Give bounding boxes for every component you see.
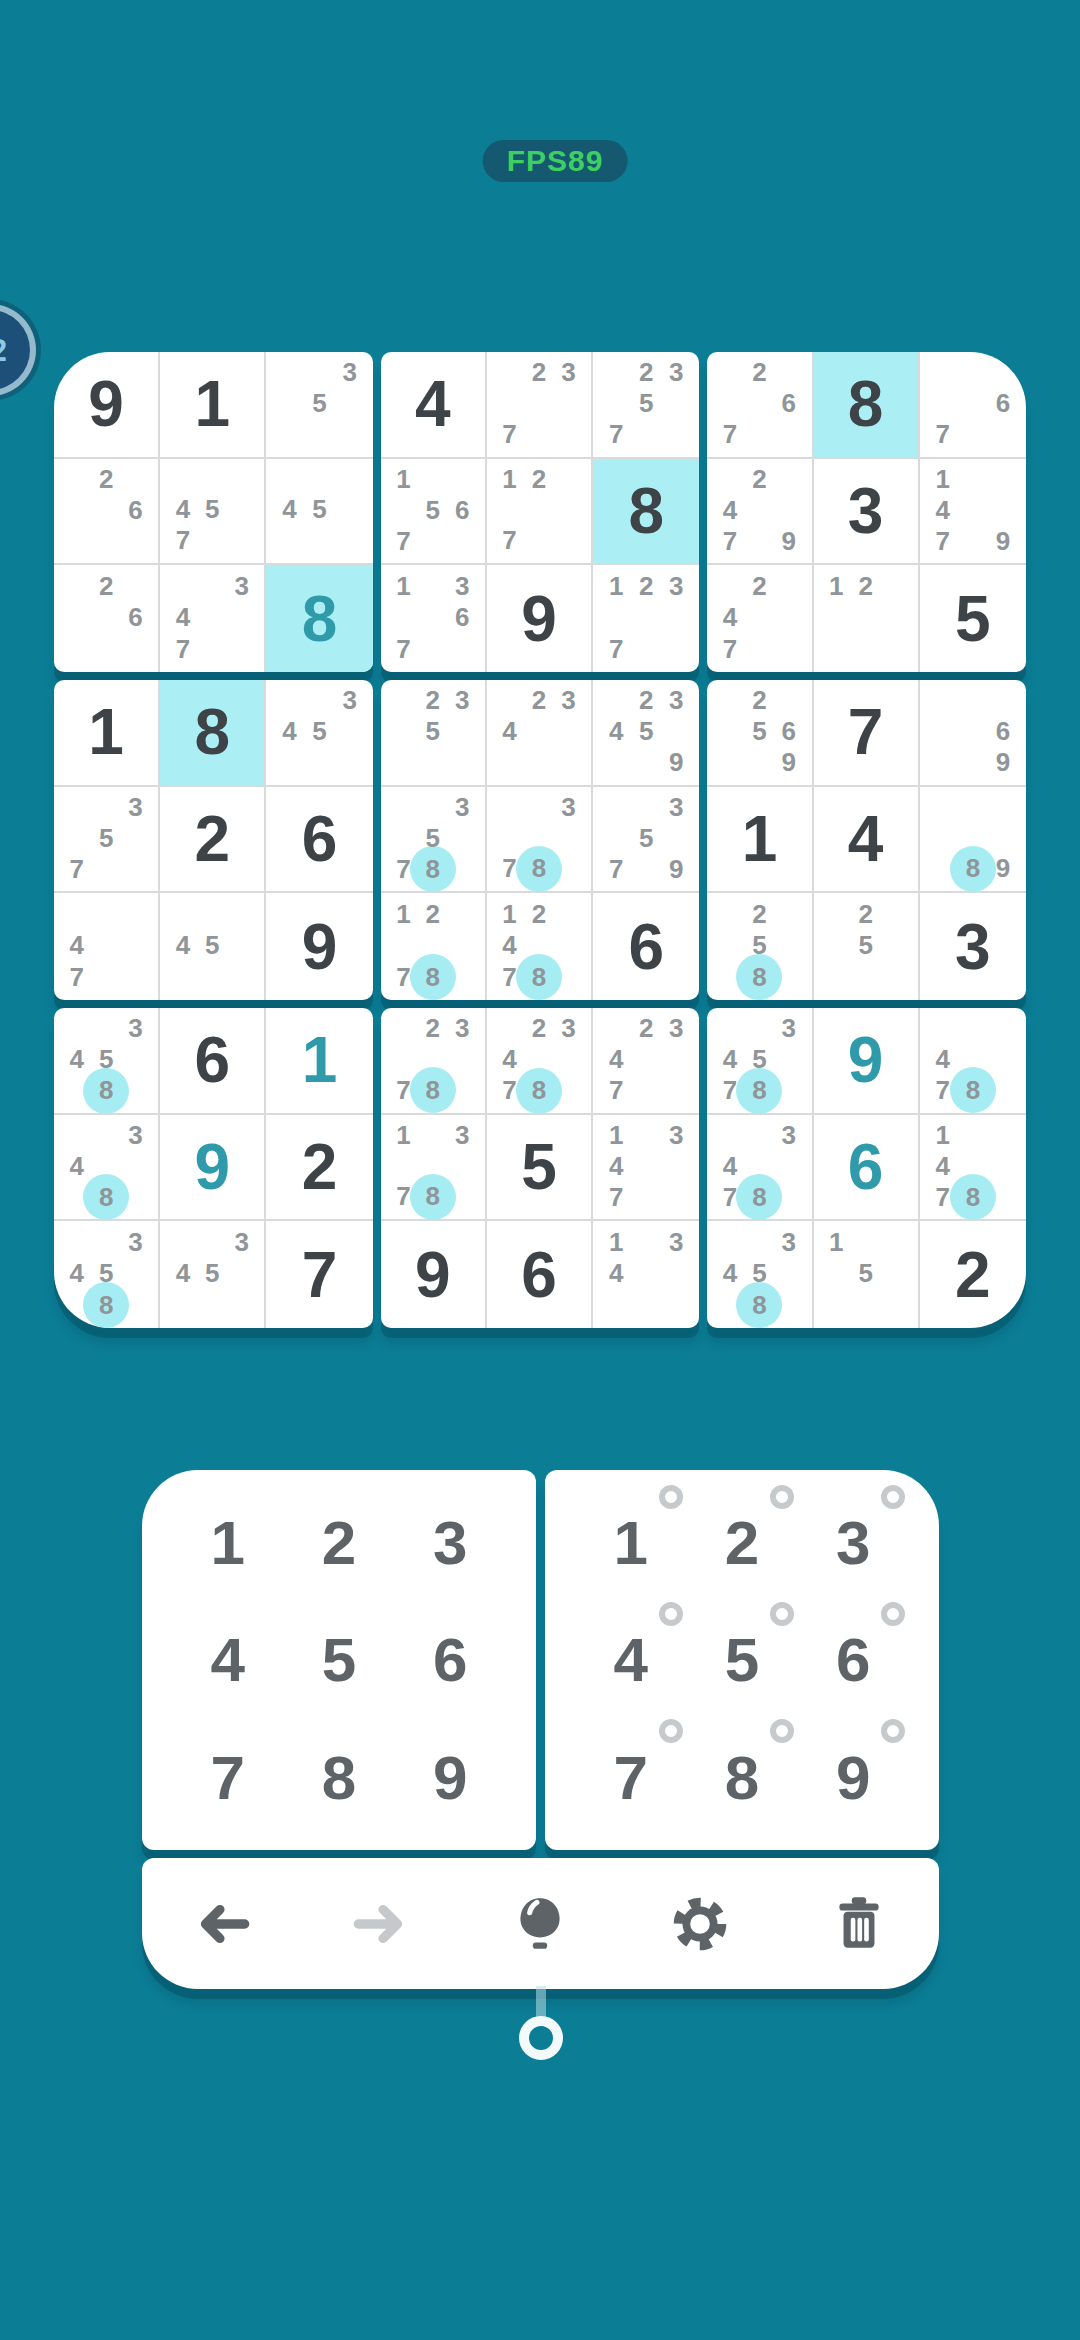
given-digit: 9 [415, 1243, 451, 1307]
notes-key-2[interactable]: 2 [686, 1484, 797, 1601]
given-digit: 6 [521, 1243, 557, 1307]
given-digit: 3 [955, 915, 991, 979]
pencil-marks: 67 [928, 357, 1018, 450]
cell-r2c8[interactable]: 3 [814, 459, 920, 566]
pencil-marks: 2357 [601, 357, 691, 450]
cell-r5c2[interactable]: 2 [160, 787, 266, 894]
pencil-marks: 2378 [389, 1013, 477, 1106]
notes-key-9[interactable]: 9 [798, 1719, 909, 1836]
pencil-marks: 1378 [389, 1120, 477, 1213]
numpad-key-6[interactable]: 6 [395, 1601, 506, 1718]
cell-r6c2[interactable]: 45 [160, 893, 266, 1000]
cell-r1c6[interactable]: 2357 [593, 352, 699, 459]
cell-r1c4[interactable]: 4 [381, 352, 487, 459]
given-digit: 8 [195, 700, 231, 764]
cell-r1c7[interactable]: 267 [707, 352, 813, 459]
cell-r3c1[interactable]: 26 [54, 565, 160, 672]
lightbulb-icon [507, 1891, 573, 1957]
cell-r6c8[interactable]: 25 [814, 893, 920, 1000]
notes-key-3[interactable]: 3 [798, 1484, 909, 1601]
pencil-marks: 2569 [715, 685, 803, 778]
cell-r4c5[interactable]: 234 [487, 680, 593, 787]
key-digit: 4 [613, 1624, 647, 1695]
settings-button[interactable] [658, 1882, 742, 1966]
pencil-marks: 234 [495, 685, 583, 778]
cell-r1c2[interactable]: 1 [160, 352, 266, 459]
pencil-marks: 3458 [62, 1226, 150, 1321]
cell-r2c2[interactable]: 457 [160, 459, 266, 566]
cell-r9c5[interactable]: 6 [487, 1221, 593, 1328]
cell-r7c8[interactable]: 9 [814, 1008, 920, 1115]
pencil-marks: 134 [601, 1226, 691, 1321]
pencil-marks: 1237 [601, 570, 691, 665]
numpad-key-2[interactable]: 2 [283, 1484, 394, 1601]
key-digit: 9 [836, 1742, 870, 1813]
given-digit: 1 [195, 372, 231, 436]
key-digit: 2 [725, 1507, 759, 1578]
numpad-key-8[interactable]: 8 [283, 1719, 394, 1836]
user-digit: 9 [195, 1135, 231, 1199]
cell-r8c6[interactable]: 1347 [593, 1115, 699, 1222]
cell-r6c1[interactable]: 47 [54, 893, 160, 1000]
board-box-4: 183453572647459 [54, 680, 373, 1000]
board-box-9: 3457894783478614783458152 [707, 1008, 1026, 1328]
timer-value: 22 [0, 333, 8, 368]
pencil-marks: 45 [168, 898, 256, 993]
given-digit: 7 [302, 1243, 338, 1307]
cell-r6c3[interactable]: 9 [266, 893, 372, 1000]
cell-r6c9[interactable]: 3 [920, 893, 1026, 1000]
note-ring-icon [881, 1602, 905, 1626]
cell-r8c7[interactable]: 3478 [707, 1115, 813, 1222]
note-ring-icon [770, 1602, 794, 1626]
pencil-marks: 267 [715, 357, 803, 450]
given-digit: 2 [955, 1243, 991, 1307]
pencil-marks: 247 [715, 570, 803, 665]
notes-key-8[interactable]: 8 [686, 1719, 797, 1836]
pencil-marks: 3458 [715, 1226, 803, 1321]
erase-button[interactable] [817, 1882, 901, 1966]
note-ring-icon [881, 1719, 905, 1743]
cell-r5c3[interactable]: 6 [266, 787, 372, 894]
cell-r9c4[interactable]: 9 [381, 1221, 487, 1328]
undo-button[interactable] [180, 1882, 264, 1966]
cell-r7c6[interactable]: 2347 [593, 1008, 699, 1115]
note-ring-icon [770, 1485, 794, 1509]
given-digit: 3 [848, 479, 884, 543]
pencil-marks: 457 [168, 464, 256, 557]
numpad-key-3[interactable]: 3 [395, 1484, 506, 1601]
given-digit: 5 [521, 1135, 557, 1199]
key-digit: 7 [210, 1742, 244, 1813]
given-digit: 9 [302, 915, 338, 979]
board-box-8: 237823478234713785134796134 [381, 1008, 700, 1328]
numpad-key-5[interactable]: 5 [283, 1601, 394, 1718]
note-ring-icon [770, 1719, 794, 1743]
cell-r5c1[interactable]: 357 [54, 787, 160, 894]
key-digit: 3 [433, 1507, 467, 1578]
note-ring-icon [881, 1485, 905, 1509]
cell-r4c3[interactable]: 345 [266, 680, 372, 787]
drawer-handle[interactable] [519, 2016, 563, 2060]
pencil-marks: 12478 [495, 898, 583, 993]
board-box-1: 91352645745263478 [54, 352, 373, 672]
timer-badge: 22 [0, 304, 36, 396]
note-ring-icon [659, 1602, 683, 1626]
given-digit: 8 [848, 372, 884, 436]
board-box-6: 25697691489258253 [707, 680, 1026, 1000]
key-digit: 1 [210, 1507, 244, 1578]
key-digit: 7 [613, 1742, 647, 1813]
board-box-7: 3458613489234583457 [54, 1008, 373, 1328]
cell-r1c5[interactable]: 237 [487, 352, 593, 459]
cell-r9c9[interactable]: 2 [920, 1221, 1026, 1328]
board-box-3: 267867247931479247125 [707, 352, 1026, 672]
pencil-marks: 347 [168, 570, 256, 665]
given-digit: 6 [302, 807, 338, 871]
pencil-marks: 35 [274, 357, 364, 450]
cell-r7c3[interactable]: 1 [266, 1008, 372, 1115]
key-digit: 5 [322, 1624, 356, 1695]
key-digit: 4 [210, 1624, 244, 1695]
given-digit: 4 [415, 372, 451, 436]
cell-r3c7[interactable]: 247 [707, 565, 813, 672]
pencil-marks: 2347 [601, 1013, 691, 1106]
cell-r3c2[interactable]: 347 [160, 565, 266, 672]
cell-r3c6[interactable]: 1237 [593, 565, 699, 672]
cell-r5c5[interactable]: 378 [487, 787, 593, 894]
given-digit: 9 [88, 372, 124, 436]
cell-r4c7[interactable]: 2569 [707, 680, 813, 787]
cell-r7c5[interactable]: 23478 [487, 1008, 593, 1115]
user-digit: 1 [302, 1028, 338, 1092]
note-ring-icon [659, 1485, 683, 1509]
pencil-marks: 345 [168, 1226, 256, 1321]
key-digit: 9 [433, 1742, 467, 1813]
cell-r2c9[interactable]: 1479 [920, 459, 1026, 566]
key-digit: 3 [836, 1507, 870, 1578]
pencil-marks: 47 [62, 898, 150, 993]
given-digit: 8 [628, 479, 664, 543]
cell-r5c9[interactable]: 89 [920, 787, 1026, 894]
pencil-marks: 378 [495, 792, 583, 885]
cell-r4c4[interactable]: 235 [381, 680, 487, 787]
pencil-marks: 3458 [62, 1013, 150, 1106]
notes-key-4[interactable]: 4 [575, 1601, 686, 1718]
user-digit: 8 [302, 587, 338, 651]
key-digit: 1 [613, 1507, 647, 1578]
pencil-marks: 478 [928, 1013, 1018, 1106]
cell-r5c7[interactable]: 1 [707, 787, 813, 894]
pencil-marks: 89 [928, 792, 1018, 885]
cell-r8c1[interactable]: 348 [54, 1115, 160, 1222]
pencil-marks: 1479 [928, 464, 1018, 557]
given-digit: 5 [955, 587, 991, 651]
pencil-marks: 34578 [715, 1013, 803, 1106]
cell-r8c3[interactable]: 2 [266, 1115, 372, 1222]
pencil-marks: 12 [822, 570, 910, 665]
cell-r5c8[interactable]: 4 [814, 787, 920, 894]
pencil-marks: 2479 [715, 464, 803, 557]
key-digit: 2 [322, 1507, 356, 1578]
cell-r7c4[interactable]: 2378 [381, 1008, 487, 1115]
cell-r1c3[interactable]: 35 [266, 352, 372, 459]
app-screen: FPS89 22 9135264574526347842372357156712… [0, 0, 1080, 2340]
undo-arrow-icon [189, 1891, 255, 1957]
pencil-marks: 23478 [495, 1013, 583, 1106]
pencil-marks: 3578 [389, 792, 477, 885]
given-digit: 1 [88, 700, 124, 764]
cell-r1c8[interactable]: 8 [814, 352, 920, 459]
key-digit: 5 [725, 1624, 759, 1695]
number-pad: 123456789 [142, 1470, 536, 1850]
given-digit: 2 [302, 1135, 338, 1199]
redo-arrow-icon [348, 1891, 414, 1957]
key-digit: 6 [836, 1624, 870, 1695]
pencil-marks: 15 [822, 1226, 910, 1321]
notes-key-7[interactable]: 7 [575, 1719, 686, 1836]
pencil-marks: 1478 [928, 1120, 1018, 1213]
given-digit: 1 [742, 807, 778, 871]
key-digit: 8 [322, 1742, 356, 1813]
pencil-marks: 3478 [715, 1120, 803, 1213]
key-digit: 8 [725, 1742, 759, 1813]
pencil-marks: 258 [715, 898, 803, 993]
cell-r3c9[interactable]: 5 [920, 565, 1026, 672]
cell-r9c3[interactable]: 7 [266, 1221, 372, 1328]
numpad-key-7[interactable]: 7 [172, 1719, 283, 1836]
cell-r2c7[interactable]: 2479 [707, 459, 813, 566]
pencil-marks: 1347 [601, 1120, 691, 1213]
cell-r2c1[interactable]: 26 [54, 459, 160, 566]
cell-r2c6[interactable]: 8 [593, 459, 699, 566]
cell-r6c7[interactable]: 258 [707, 893, 813, 1000]
cell-r4c2[interactable]: 8 [160, 680, 266, 787]
cell-r1c9[interactable]: 67 [920, 352, 1026, 459]
given-digit: 2 [195, 807, 231, 871]
pencil-marks: 45 [274, 464, 364, 557]
cell-r8c4[interactable]: 1378 [381, 1115, 487, 1222]
pencil-marks: 26 [62, 464, 150, 557]
cell-r9c8[interactable]: 15 [814, 1221, 920, 1328]
pencil-marks: 1367 [389, 570, 477, 665]
numpad-key-9[interactable]: 9 [395, 1719, 506, 1836]
cell-r6c4[interactable]: 1278 [381, 893, 487, 1000]
given-digit: 6 [195, 1028, 231, 1092]
cell-r4c9[interactable]: 69 [920, 680, 1026, 787]
cell-r8c5[interactable]: 5 [487, 1115, 593, 1222]
cell-r4c8[interactable]: 7 [814, 680, 920, 787]
cell-r9c2[interactable]: 345 [160, 1221, 266, 1328]
numpad-key-1[interactable]: 1 [172, 1484, 283, 1601]
cell-r7c7[interactable]: 34578 [707, 1008, 813, 1115]
pencil-marks: 357 [62, 792, 150, 885]
cell-r3c3[interactable]: 8 [266, 565, 372, 672]
cell-r7c9[interactable]: 478 [920, 1008, 1026, 1115]
cell-r3c8[interactable]: 12 [814, 565, 920, 672]
notes-key-5[interactable]: 5 [686, 1601, 797, 1718]
pencil-marks: 25 [822, 898, 910, 993]
numpad-key-4[interactable]: 4 [172, 1601, 283, 1718]
pencil-marks: 348 [62, 1120, 150, 1213]
pencil-marks: 235 [389, 685, 477, 778]
cell-r5c4[interactable]: 3578 [381, 787, 487, 894]
cell-r8c9[interactable]: 1478 [920, 1115, 1026, 1222]
cell-r8c2[interactable]: 9 [160, 1115, 266, 1222]
cell-r2c5[interactable]: 127 [487, 459, 593, 566]
pencil-marks: 69 [928, 685, 1018, 778]
user-digit: 6 [848, 1135, 884, 1199]
pencil-marks: 3579 [601, 792, 691, 885]
note-ring-icon [659, 1719, 683, 1743]
pencil-marks: 127 [495, 464, 583, 557]
cell-r2c3[interactable]: 45 [266, 459, 372, 566]
cell-r9c6[interactable]: 134 [593, 1221, 699, 1328]
redo-button[interactable] [339, 1882, 423, 1966]
given-digit: 4 [848, 807, 884, 871]
gear-icon [667, 1891, 733, 1957]
pencil-marks: 23459 [601, 685, 691, 778]
trash-icon [826, 1891, 892, 1957]
pencil-marks: 237 [495, 357, 583, 450]
cell-r4c6[interactable]: 23459 [593, 680, 699, 787]
cell-r9c1[interactable]: 3458 [54, 1221, 160, 1328]
notes-key-6[interactable]: 6 [798, 1601, 909, 1718]
cell-r6c5[interactable]: 12478 [487, 893, 593, 1000]
pencil-marks: 1278 [389, 898, 477, 993]
cell-r3c4[interactable]: 1367 [381, 565, 487, 672]
notes-pad: 123456789 [545, 1470, 939, 1850]
cell-r8c8[interactable]: 6 [814, 1115, 920, 1222]
given-digit: 7 [848, 700, 884, 764]
user-digit: 9 [848, 1028, 884, 1092]
board-box-2: 4237235715671278136791237 [381, 352, 700, 672]
sudoku-board: 9135264574526347842372357156712781367912… [54, 352, 1026, 1328]
pencil-marks: 1567 [389, 464, 477, 557]
given-digit: 9 [521, 587, 557, 651]
key-digit: 6 [433, 1624, 467, 1695]
cell-r6c6[interactable]: 6 [593, 893, 699, 1000]
cell-r7c2[interactable]: 6 [160, 1008, 266, 1115]
cell-r1c1[interactable]: 9 [54, 352, 160, 459]
cell-r2c4[interactable]: 1567 [381, 459, 487, 566]
fps-badge: FPS89 [483, 140, 628, 182]
cell-r4c1[interactable]: 1 [54, 680, 160, 787]
cell-r5c6[interactable]: 3579 [593, 787, 699, 894]
given-digit: 6 [628, 915, 664, 979]
cell-r9c7[interactable]: 3458 [707, 1221, 813, 1328]
board-box-5: 23523423459357837835791278124786 [381, 680, 700, 1000]
pencil-marks: 345 [274, 685, 364, 778]
hint-button[interactable] [498, 1882, 582, 1966]
toolbar [142, 1858, 939, 1989]
pencil-marks: 26 [62, 570, 150, 665]
cell-r3c5[interactable]: 9 [487, 565, 593, 672]
notes-key-1[interactable]: 1 [575, 1484, 686, 1601]
cell-r7c1[interactable]: 3458 [54, 1008, 160, 1115]
